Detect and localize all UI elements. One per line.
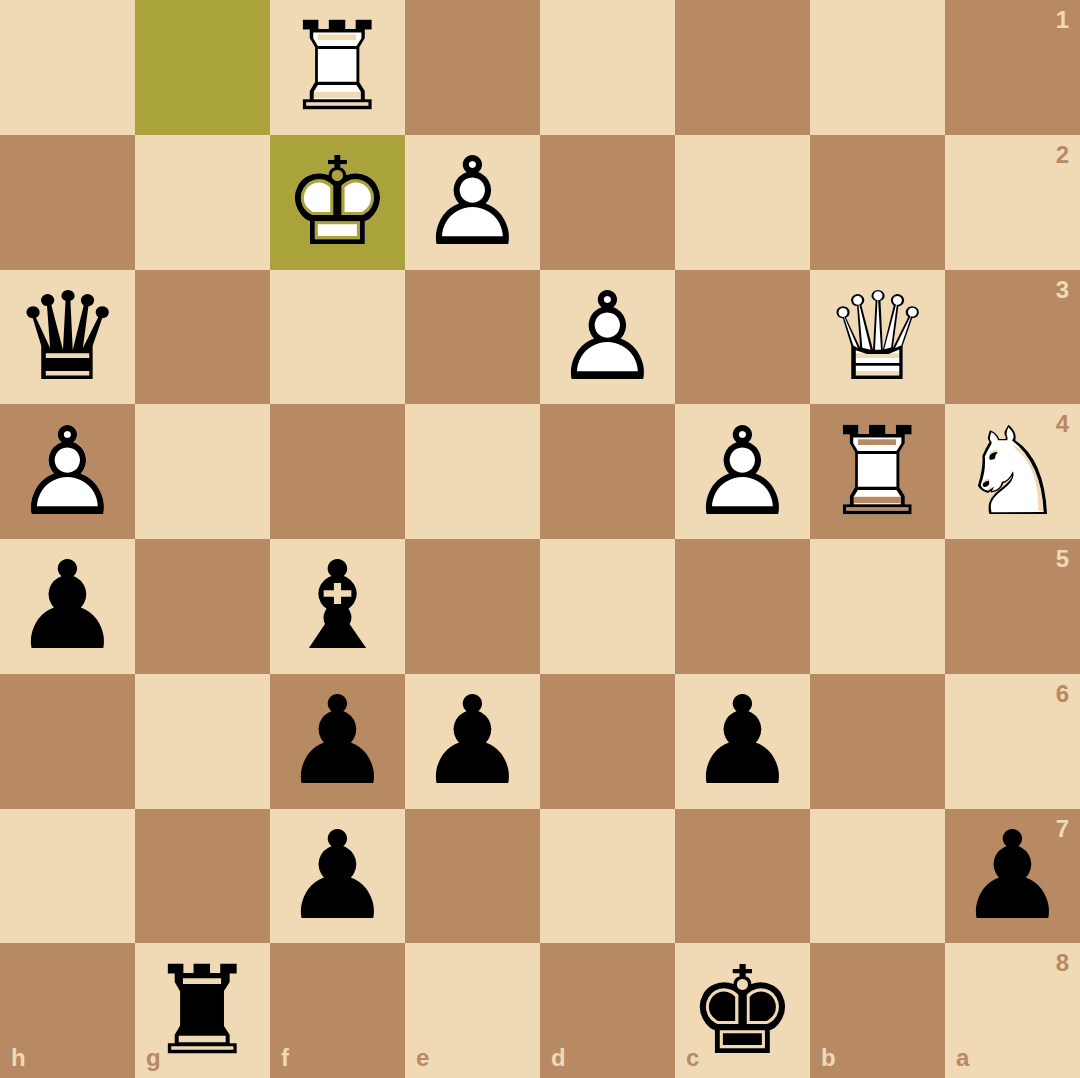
white-pawn[interactable]: ♟♙: [0, 404, 135, 539]
square-d7[interactable]: [540, 809, 675, 944]
rank-label-3: 3: [1056, 278, 1069, 302]
white-pawn-outline-icon: ♙: [675, 404, 810, 539]
white-pawn-icon: ♟: [540, 270, 675, 405]
white-rook-outline-icon: ♖: [270, 0, 405, 135]
square-b8[interactable]: b: [810, 943, 945, 1078]
square-h4[interactable]: ♟♙: [0, 404, 135, 539]
white-pawn-icon: ♟: [405, 135, 540, 270]
square-c6[interactable]: ♟: [675, 674, 810, 809]
file-label-c: c: [686, 1046, 699, 1070]
square-h3[interactable]: ♛: [0, 270, 135, 405]
square-a8[interactable]: a8: [945, 943, 1080, 1078]
white-pawn[interactable]: ♟♙: [405, 135, 540, 270]
black-pawn[interactable]: ♟: [675, 674, 810, 809]
black-pawn-icon: ♟: [0, 539, 135, 674]
rank-label-6: 6: [1056, 682, 1069, 706]
square-e3[interactable]: [405, 270, 540, 405]
white-queen-outline-icon: ♕: [810, 270, 945, 405]
square-h1[interactable]: [0, 0, 135, 135]
black-pawn[interactable]: ♟: [0, 539, 135, 674]
white-pawn[interactable]: ♟♙: [540, 270, 675, 405]
black-pawn[interactable]: ♟: [270, 809, 405, 944]
square-e1[interactable]: [405, 0, 540, 135]
file-label-e: e: [416, 1046, 429, 1070]
black-pawn-icon: ♟: [270, 674, 405, 809]
square-f4[interactable]: [270, 404, 405, 539]
square-f7[interactable]: ♟: [270, 809, 405, 944]
square-g2[interactable]: [135, 135, 270, 270]
file-label-b: b: [821, 1046, 836, 1070]
white-pawn-outline-icon: ♙: [0, 404, 135, 539]
square-b5[interactable]: [810, 539, 945, 674]
square-f8[interactable]: f: [270, 943, 405, 1078]
square-f2[interactable]: ♚♔: [270, 135, 405, 270]
square-d1[interactable]: [540, 0, 675, 135]
white-pawn[interactable]: ♟♙: [675, 404, 810, 539]
white-pawn-icon: ♟: [0, 404, 135, 539]
square-g8[interactable]: ♜g: [135, 943, 270, 1078]
white-rook[interactable]: ♜♖: [270, 0, 405, 135]
rank-label-1: 1: [1056, 8, 1069, 32]
square-b2[interactable]: [810, 135, 945, 270]
square-c5[interactable]: [675, 539, 810, 674]
square-b4[interactable]: ♜♖: [810, 404, 945, 539]
square-e4[interactable]: [405, 404, 540, 539]
black-pawn-icon: ♟: [675, 674, 810, 809]
square-a3[interactable]: 3: [945, 270, 1080, 405]
rank-label-4: 4: [1056, 412, 1069, 436]
square-c4[interactable]: ♟♙: [675, 404, 810, 539]
square-f3[interactable]: [270, 270, 405, 405]
white-king[interactable]: ♚♔: [270, 135, 405, 270]
rank-label-8: 8: [1056, 951, 1069, 975]
square-c1[interactable]: [675, 0, 810, 135]
square-d2[interactable]: [540, 135, 675, 270]
white-pawn-outline-icon: ♙: [540, 270, 675, 405]
square-c2[interactable]: [675, 135, 810, 270]
square-b3[interactable]: ♛♕: [810, 270, 945, 405]
file-label-d: d: [551, 1046, 566, 1070]
square-a1[interactable]: 1: [945, 0, 1080, 135]
file-label-g: g: [146, 1046, 161, 1070]
square-b6[interactable]: [810, 674, 945, 809]
square-h7[interactable]: [0, 809, 135, 944]
square-g1[interactable]: [135, 0, 270, 135]
file-label-a: a: [956, 1046, 969, 1070]
square-f1[interactable]: ♜♖: [270, 0, 405, 135]
square-h5[interactable]: ♟: [0, 539, 135, 674]
square-g6[interactable]: [135, 674, 270, 809]
square-c3[interactable]: [675, 270, 810, 405]
square-a4[interactable]: ♞♘4: [945, 404, 1080, 539]
square-d6[interactable]: [540, 674, 675, 809]
white-king-icon: ♚: [270, 135, 405, 270]
chess-board: ♜♖1♚♔♟♙2♛♟♙♛♕3♟♙♟♙♜♖♞♘4♟♝5♟♟♟6♟♟7h♜gfed♚…: [0, 0, 1080, 1078]
white-queen-icon: ♛: [810, 270, 945, 405]
square-g5[interactable]: [135, 539, 270, 674]
square-e7[interactable]: [405, 809, 540, 944]
square-a2[interactable]: 2: [945, 135, 1080, 270]
square-e5[interactable]: [405, 539, 540, 674]
black-queen[interactable]: ♛: [0, 270, 135, 405]
square-a7[interactable]: ♟7: [945, 809, 1080, 944]
square-e6[interactable]: ♟: [405, 674, 540, 809]
square-d5[interactable]: [540, 539, 675, 674]
black-bishop[interactable]: ♝: [270, 539, 405, 674]
rank-label-2: 2: [1056, 143, 1069, 167]
square-h6[interactable]: [0, 674, 135, 809]
white-rook-outline-icon: ♖: [810, 404, 945, 539]
square-g3[interactable]: [135, 270, 270, 405]
black-queen-icon: ♛: [0, 270, 135, 405]
square-f5[interactable]: ♝: [270, 539, 405, 674]
white-rook-icon: ♜: [270, 0, 405, 135]
rank-label-5: 5: [1056, 547, 1069, 571]
square-a5[interactable]: 5: [945, 539, 1080, 674]
black-pawn-icon: ♟: [405, 674, 540, 809]
square-f6[interactable]: ♟: [270, 674, 405, 809]
black-bishop-icon: ♝: [270, 539, 405, 674]
square-g4[interactable]: [135, 404, 270, 539]
square-d8[interactable]: d: [540, 943, 675, 1078]
black-pawn[interactable]: ♟: [405, 674, 540, 809]
square-c8[interactable]: ♚c: [675, 943, 810, 1078]
square-b1[interactable]: [810, 0, 945, 135]
black-pawn-icon: ♟: [270, 809, 405, 944]
square-h8[interactable]: h: [0, 943, 135, 1078]
rank-label-7: 7: [1056, 817, 1069, 841]
square-g7[interactable]: [135, 809, 270, 944]
square-h2[interactable]: [0, 135, 135, 270]
file-label-f: f: [281, 1046, 289, 1070]
black-pawn[interactable]: ♟: [270, 674, 405, 809]
file-label-h: h: [11, 1046, 26, 1070]
white-rook[interactable]: ♜♖: [810, 404, 945, 539]
square-a6[interactable]: 6: [945, 674, 1080, 809]
square-e2[interactable]: ♟♙: [405, 135, 540, 270]
square-e8[interactable]: e: [405, 943, 540, 1078]
white-pawn-outline-icon: ♙: [405, 135, 540, 270]
square-d3[interactable]: ♟♙: [540, 270, 675, 405]
square-c7[interactable]: [675, 809, 810, 944]
white-pawn-icon: ♟: [675, 404, 810, 539]
square-d4[interactable]: [540, 404, 675, 539]
white-rook-icon: ♜: [810, 404, 945, 539]
white-queen[interactable]: ♛♕: [810, 270, 945, 405]
square-b7[interactable]: [810, 809, 945, 944]
white-king-outline-icon: ♔: [270, 135, 405, 270]
